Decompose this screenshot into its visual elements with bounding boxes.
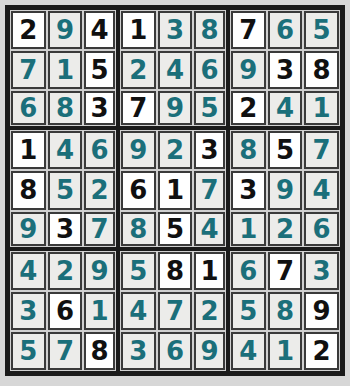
cell-r2c5[interactable]: 4: [157, 50, 194, 90]
cell-r6c9[interactable]: 6: [303, 211, 340, 251]
digit: 8: [11, 171, 46, 209]
digit: 7: [11, 51, 46, 89]
digit: 6: [121, 171, 156, 209]
cell-r9c8[interactable]: 1: [267, 331, 304, 371]
cell-r3c6[interactable]: 5: [193, 90, 230, 130]
digit: 3: [84, 91, 115, 125]
cell-r7c5[interactable]: 8: [157, 251, 194, 291]
cell-r2c3[interactable]: 5: [83, 50, 120, 90]
cell-r7c3[interactable]: 9: [83, 251, 120, 291]
digit: 7: [231, 11, 266, 49]
cell-r8c3[interactable]: 1: [83, 291, 120, 331]
digit: 2: [268, 212, 303, 246]
digit: 7: [158, 292, 193, 330]
page: 2941387657152469386837952411469238578526…: [0, 0, 350, 376]
cell-r8c7[interactable]: 5: [230, 291, 267, 331]
sudoku-board: 2941387657152469386837952411469238578526…: [5, 5, 345, 376]
cell-r5c9[interactable]: 4: [303, 170, 340, 210]
digit: 5: [84, 51, 115, 89]
digit: 2: [231, 91, 266, 125]
digit: 1: [48, 51, 83, 89]
cell-r6c7[interactable]: 1: [230, 211, 267, 251]
digit: 6: [158, 332, 193, 370]
digit: 8: [121, 212, 156, 246]
cell-r2c2[interactable]: 1: [47, 50, 84, 90]
digit: 1: [11, 131, 46, 169]
cell-r2c1[interactable]: 7: [10, 50, 47, 90]
digit: 5: [268, 131, 303, 169]
cell-r3c4[interactable]: 7: [120, 90, 157, 130]
digit: 6: [268, 11, 303, 49]
digit: 3: [121, 332, 156, 370]
digit: 7: [268, 252, 303, 290]
digit: 9: [231, 51, 266, 89]
digit: 4: [48, 131, 83, 169]
cell-r9c6[interactable]: 9: [193, 331, 230, 371]
digit: 8: [158, 252, 193, 290]
digit: 5: [48, 171, 83, 209]
digit: 2: [48, 252, 83, 290]
cell-r6c2[interactable]: 3: [47, 211, 84, 251]
digit: 8: [304, 51, 339, 89]
cell-r5c1[interactable]: 8: [10, 170, 47, 210]
cell-r7c7[interactable]: 6: [230, 251, 267, 291]
cell-r2c6[interactable]: 6: [193, 50, 230, 90]
digit: 7: [84, 212, 115, 246]
digit: 2: [84, 171, 115, 209]
cell-r8c8[interactable]: 8: [267, 291, 304, 331]
digit: 2: [121, 51, 156, 89]
cell-r1c8[interactable]: 6: [267, 10, 304, 50]
cell-r4c1[interactable]: 1: [10, 130, 47, 170]
digit: 9: [268, 171, 303, 209]
cell-r7c8[interactable]: 7: [267, 251, 304, 291]
cell-r9c9[interactable]: 2: [303, 331, 340, 371]
digit: 5: [304, 11, 339, 49]
digit: 4: [121, 292, 156, 330]
cell-r5c4[interactable]: 6: [120, 170, 157, 210]
digit: 9: [11, 212, 46, 246]
cell-r5c8[interactable]: 9: [267, 170, 304, 210]
cell-r7c9[interactable]: 3: [303, 251, 340, 291]
digit: 9: [84, 252, 115, 290]
cell-r1c4[interactable]: 1: [120, 10, 157, 50]
digit: 5: [11, 332, 46, 370]
digit: 3: [48, 212, 83, 246]
digit: 3: [11, 292, 46, 330]
cell-r6c4[interactable]: 8: [120, 211, 157, 251]
digit: 8: [194, 11, 225, 49]
cell-r9c2[interactable]: 7: [47, 331, 84, 371]
cell-r1c1[interactable]: 2: [10, 10, 47, 50]
digit: 3: [304, 252, 339, 290]
cell-r8c1[interactable]: 3: [10, 291, 47, 331]
cell-r4c8[interactable]: 5: [267, 130, 304, 170]
cell-r3c5[interactable]: 9: [157, 90, 194, 130]
digit: 8: [231, 131, 266, 169]
digit: 1: [194, 252, 225, 290]
digit: 4: [268, 91, 303, 125]
cell-r5c6[interactable]: 7: [193, 170, 230, 210]
digit: 1: [231, 212, 266, 246]
digit: 9: [121, 131, 156, 169]
cell-r3c2[interactable]: 8: [47, 90, 84, 130]
digit: 2: [304, 332, 339, 370]
cell-r6c8[interactable]: 2: [267, 211, 304, 251]
digit: 6: [194, 51, 225, 89]
digit: 3: [158, 11, 193, 49]
cell-r8c9[interactable]: 9: [303, 291, 340, 331]
digit: 9: [158, 91, 193, 125]
digit: 4: [11, 252, 46, 290]
cell-r9c4[interactable]: 3: [120, 331, 157, 371]
cell-r5c7[interactable]: 3: [230, 170, 267, 210]
cell-r4c9[interactable]: 7: [303, 130, 340, 170]
digit: 4: [304, 171, 339, 209]
cell-r9c5[interactable]: 6: [157, 331, 194, 371]
cell-r6c3[interactable]: 7: [83, 211, 120, 251]
cell-r6c1[interactable]: 9: [10, 211, 47, 251]
cell-r1c6[interactable]: 8: [193, 10, 230, 50]
digit: 6: [84, 131, 115, 169]
cell-r1c5[interactable]: 3: [157, 10, 194, 50]
digit: 5: [121, 252, 156, 290]
cell-r7c6[interactable]: 1: [193, 251, 230, 291]
digit: 1: [121, 11, 156, 49]
cell-r2c8[interactable]: 3: [267, 50, 304, 90]
digit: 5: [231, 292, 266, 330]
cell-r5c5[interactable]: 1: [157, 170, 194, 210]
digit: 4: [231, 332, 266, 370]
cell-r8c2[interactable]: 6: [47, 291, 84, 331]
cell-r8c4[interactable]: 4: [120, 291, 157, 331]
cell-r4c6[interactable]: 3: [193, 130, 230, 170]
cell-r7c1[interactable]: 4: [10, 251, 47, 291]
cell-r4c7[interactable]: 8: [230, 130, 267, 170]
cell-r4c4[interactable]: 9: [120, 130, 157, 170]
digit: 4: [158, 51, 193, 89]
digit: 3: [194, 131, 225, 169]
digit: 8: [48, 91, 83, 125]
digit: 3: [268, 51, 303, 89]
digit: 7: [194, 171, 225, 209]
cell-r4c3[interactable]: 6: [83, 130, 120, 170]
digit: 2: [158, 131, 193, 169]
cell-r1c2[interactable]: 9: [47, 10, 84, 50]
cell-r5c3[interactable]: 2: [83, 170, 120, 210]
digit: 6: [11, 91, 46, 125]
cell-r7c2[interactable]: 2: [47, 251, 84, 291]
cell-r9c1[interactable]: 5: [10, 331, 47, 371]
cell-r3c7[interactable]: 2: [230, 90, 267, 130]
digit: 8: [268, 292, 303, 330]
digit: 2: [194, 292, 225, 330]
cell-r1c3[interactable]: 4: [83, 10, 120, 50]
digit: 3: [231, 171, 266, 209]
digit: 4: [84, 11, 115, 49]
cell-r1c9[interactable]: 5: [303, 10, 340, 50]
digit: 2: [11, 11, 46, 49]
cell-r9c7[interactable]: 4: [230, 331, 267, 371]
digit: 7: [304, 131, 339, 169]
cell-r6c6[interactable]: 4: [193, 211, 230, 251]
cell-r6c5[interactable]: 5: [157, 211, 194, 251]
cell-r3c9[interactable]: 1: [303, 90, 340, 130]
digit: 1: [158, 171, 193, 209]
digit: 1: [268, 332, 303, 370]
cell-r2c9[interactable]: 8: [303, 50, 340, 90]
digit: 7: [48, 332, 83, 370]
cell-r8c6[interactable]: 2: [193, 291, 230, 331]
digit: 1: [304, 91, 339, 125]
digit: 6: [304, 212, 339, 246]
cell-r8c5[interactable]: 7: [157, 291, 194, 331]
digit: 6: [48, 292, 83, 330]
cell-r7c4[interactable]: 5: [120, 251, 157, 291]
cell-r3c8[interactable]: 4: [267, 90, 304, 130]
cell-r2c4[interactable]: 2: [120, 50, 157, 90]
digit: 8: [84, 332, 115, 370]
cell-r1c7[interactable]: 7: [230, 10, 267, 50]
cell-r5c2[interactable]: 5: [47, 170, 84, 210]
cell-r3c3[interactable]: 3: [83, 90, 120, 130]
cell-r4c2[interactable]: 4: [47, 130, 84, 170]
digit: 9: [194, 332, 225, 370]
cell-r2c7[interactable]: 9: [230, 50, 267, 90]
cell-r4c5[interactable]: 2: [157, 130, 194, 170]
digit: 5: [194, 91, 225, 125]
cell-r9c3[interactable]: 8: [83, 331, 120, 371]
digit: 4: [194, 212, 225, 246]
digit: 5: [158, 212, 193, 246]
digit: 9: [48, 11, 83, 49]
cell-r3c1[interactable]: 6: [10, 90, 47, 130]
digit: 6: [231, 252, 266, 290]
digit: 7: [121, 91, 156, 125]
digit: 9: [304, 292, 339, 330]
digit: 1: [84, 292, 115, 330]
